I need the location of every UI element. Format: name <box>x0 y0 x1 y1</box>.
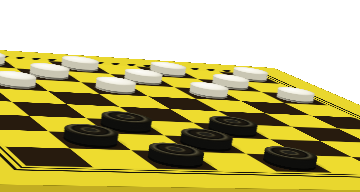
square-r2c1[interactable] <box>0 77 48 92</box>
piece-white-man[interactable] <box>0 78 40 89</box>
piece-white-man[interactable] <box>89 84 140 95</box>
checkers-board <box>0 40 360 192</box>
product-photo-stage <box>0 0 360 192</box>
